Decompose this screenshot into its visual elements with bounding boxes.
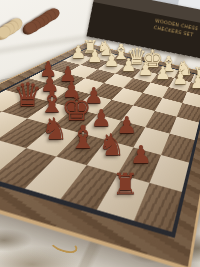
- box-label: WOODEN CHESS CHECKERS SET: [153, 17, 199, 39]
- piece-white-pawn-b2[interactable]: ♟: [87, 48, 103, 66]
- piece-black-bishop-e7[interactable]: ♝: [69, 121, 98, 153]
- piece-black-rook-g8[interactable]: ♜: [112, 170, 138, 199]
- piece-white-pawn-c2[interactable]: ♟: [104, 53, 120, 71]
- piece-white-pawn-a2[interactable]: ♟: [71, 44, 87, 62]
- piece-white-pawn-h2[interactable]: ♟: [190, 74, 200, 92]
- piece-white-pawn-e2[interactable]: ♟: [138, 61, 154, 79]
- piece-black-knight-f7[interactable]: ♞: [98, 130, 125, 160]
- piece-white-pawn-g2[interactable]: ♟: [172, 70, 188, 88]
- piece-black-pawn-g7[interactable]: ♟: [130, 143, 152, 168]
- scene-photo: WOODEN CHESS CHECKERS SET ♜♜♞♝♞♟♛♝♚♟♟♟♟♟…: [0, 0, 200, 267]
- drawer-handle: [49, 235, 80, 256]
- piece-black-knight-d7[interactable]: ♞: [41, 114, 68, 144]
- piece-white-pawn-f2[interactable]: ♟: [155, 65, 171, 83]
- piece-white-pawn-d2[interactable]: ♟: [121, 57, 137, 75]
